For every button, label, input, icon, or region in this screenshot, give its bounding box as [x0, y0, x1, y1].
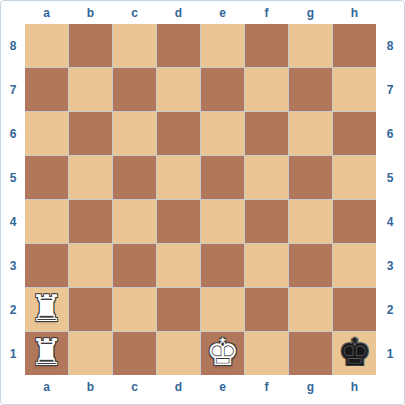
- file-label-b: b: [87, 7, 94, 19]
- file-label-g: g: [307, 381, 314, 393]
- square-c1[interactable]: [113, 332, 156, 375]
- square-f7[interactable]: [245, 68, 288, 111]
- white-king-e1[interactable]: ♚: [206, 334, 239, 371]
- square-h2[interactable]: [333, 288, 376, 331]
- chessboard-diagram: abcdefgh 87654321 ♜♜♚♚ 87654321 abcdefgh: [0, 0, 405, 405]
- square-c5[interactable]: [113, 156, 156, 199]
- file-label-f: f: [265, 7, 269, 19]
- file-label-c: c: [131, 381, 138, 393]
- square-d8[interactable]: [157, 24, 200, 67]
- rank-label-3: 3: [387, 260, 394, 272]
- square-a7[interactable]: [25, 68, 68, 111]
- square-h8[interactable]: [333, 24, 376, 67]
- square-b6[interactable]: [69, 112, 112, 155]
- square-g1[interactable]: [289, 332, 332, 375]
- square-b8[interactable]: [69, 24, 112, 67]
- square-c3[interactable]: [113, 244, 156, 287]
- rank-label-8: 8: [10, 40, 17, 52]
- square-c6[interactable]: [113, 112, 156, 155]
- rank-labels-right: 87654321: [376, 24, 404, 375]
- file-labels-bottom: abcdefgh: [25, 375, 376, 404]
- square-e2[interactable]: [201, 288, 244, 331]
- file-label-h: h: [351, 7, 358, 19]
- square-c8[interactable]: [113, 24, 156, 67]
- square-f6[interactable]: [245, 112, 288, 155]
- square-a3[interactable]: [25, 244, 68, 287]
- file-label-e: e: [219, 381, 226, 393]
- square-d5[interactable]: [157, 156, 200, 199]
- chessboard: ♜♜♚♚: [25, 24, 376, 375]
- square-f1[interactable]: [245, 332, 288, 375]
- rank-label-6: 6: [387, 128, 394, 140]
- square-f5[interactable]: [245, 156, 288, 199]
- square-h7[interactable]: [333, 68, 376, 111]
- square-g6[interactable]: [289, 112, 332, 155]
- file-label-g: g: [307, 7, 314, 19]
- square-a4[interactable]: [25, 200, 68, 243]
- square-g4[interactable]: [289, 200, 332, 243]
- square-e3[interactable]: [201, 244, 244, 287]
- square-f3[interactable]: [245, 244, 288, 287]
- square-d2[interactable]: [157, 288, 200, 331]
- square-f4[interactable]: [245, 200, 288, 243]
- file-label-d: d: [175, 381, 182, 393]
- square-f8[interactable]: [245, 24, 288, 67]
- square-e8[interactable]: [201, 24, 244, 67]
- square-d3[interactable]: [157, 244, 200, 287]
- square-b5[interactable]: [69, 156, 112, 199]
- rank-label-2: 2: [387, 304, 394, 316]
- square-a1[interactable]: ♜: [25, 332, 68, 375]
- square-c2[interactable]: [113, 288, 156, 331]
- white-rook-a2[interactable]: ♜: [30, 290, 63, 327]
- square-c7[interactable]: [113, 68, 156, 111]
- square-f2[interactable]: [245, 288, 288, 331]
- file-label-b: b: [87, 381, 94, 393]
- rank-label-8: 8: [387, 40, 394, 52]
- square-e5[interactable]: [201, 156, 244, 199]
- square-b3[interactable]: [69, 244, 112, 287]
- square-d7[interactable]: [157, 68, 200, 111]
- rank-label-4: 4: [387, 216, 394, 228]
- square-c4[interactable]: [113, 200, 156, 243]
- square-h5[interactable]: [333, 156, 376, 199]
- square-e4[interactable]: [201, 200, 244, 243]
- rank-label-5: 5: [387, 172, 394, 184]
- square-d6[interactable]: [157, 112, 200, 155]
- square-b4[interactable]: [69, 200, 112, 243]
- square-d1[interactable]: [157, 332, 200, 375]
- square-a8[interactable]: [25, 24, 68, 67]
- square-e7[interactable]: [201, 68, 244, 111]
- square-g2[interactable]: [289, 288, 332, 331]
- square-b1[interactable]: [69, 332, 112, 375]
- file-label-a: a: [43, 381, 50, 393]
- square-a5[interactable]: [25, 156, 68, 199]
- square-a2[interactable]: ♜: [25, 288, 68, 331]
- rank-label-5: 5: [10, 172, 17, 184]
- file-label-f: f: [265, 381, 269, 393]
- white-rook-a1[interactable]: ♜: [30, 334, 63, 371]
- file-label-e: e: [219, 7, 226, 19]
- square-b2[interactable]: [69, 288, 112, 331]
- file-labels-top: abcdefgh: [25, 1, 376, 24]
- rank-labels-left: 87654321: [1, 24, 25, 375]
- rank-label-1: 1: [387, 348, 394, 360]
- rank-label-7: 7: [387, 84, 394, 96]
- file-label-c: c: [131, 7, 138, 19]
- square-g8[interactable]: [289, 24, 332, 67]
- file-label-a: a: [43, 7, 50, 19]
- rank-label-3: 3: [10, 260, 17, 272]
- file-label-h: h: [351, 381, 358, 393]
- square-h6[interactable]: [333, 112, 376, 155]
- rank-label-1: 1: [10, 348, 17, 360]
- rank-label-6: 6: [10, 128, 17, 140]
- square-b7[interactable]: [69, 68, 112, 111]
- rank-label-2: 2: [10, 304, 17, 316]
- rank-label-7: 7: [10, 84, 17, 96]
- square-h4[interactable]: [333, 200, 376, 243]
- square-g7[interactable]: [289, 68, 332, 111]
- rank-label-4: 4: [10, 216, 17, 228]
- black-king-h1[interactable]: ♚: [338, 334, 371, 371]
- square-g3[interactable]: [289, 244, 332, 287]
- square-e1[interactable]: ♚: [201, 332, 244, 375]
- square-e6[interactable]: [201, 112, 244, 155]
- square-h3[interactable]: [333, 244, 376, 287]
- file-label-d: d: [175, 7, 182, 19]
- square-h1[interactable]: ♚: [333, 332, 376, 375]
- square-d4[interactable]: [157, 200, 200, 243]
- square-a6[interactable]: [25, 112, 68, 155]
- square-g5[interactable]: [289, 156, 332, 199]
